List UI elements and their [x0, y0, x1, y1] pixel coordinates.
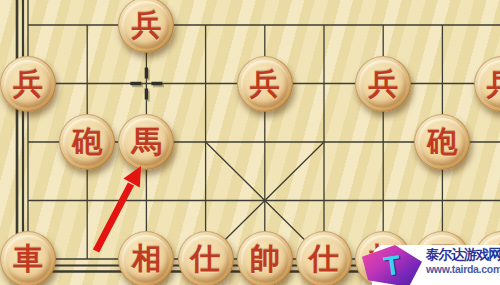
piece-elephant-f3r10[interactable]: 相 — [118, 231, 174, 285]
piece-glyph: 砲 — [427, 127, 457, 157]
piece-glyph: 帥 — [250, 244, 280, 274]
piece-horse-f3r8[interactable]: 馬 — [118, 114, 174, 170]
piece-face: 砲 — [63, 118, 111, 166]
piece-glyph: 仕 — [309, 244, 339, 274]
piece-glyph: 馬 — [427, 244, 457, 274]
piece-face: 兵 — [241, 60, 289, 108]
piece-face: 車 — [4, 235, 52, 283]
piece-glyph: 兵 — [250, 69, 280, 99]
piece-general-f5r10[interactable]: 帥 — [237, 231, 293, 285]
piece-glyph: 車 — [487, 244, 500, 274]
piece-face: 仕 — [300, 235, 348, 283]
piece-glyph: 兵 — [13, 69, 43, 99]
piece-glyph: 仕 — [191, 244, 221, 274]
xiangqi-game-board[interactable]: 兵兵兵兵兵砲馬砲車相仕帥仕相馬車 T 泰尔达游戏网 www.tairda.com — [0, 0, 500, 285]
piece-face: 兵 — [122, 1, 170, 49]
piece-soldier-f9r7[interactable]: 兵 — [474, 56, 500, 112]
piece-advisor-f6r10[interactable]: 仕 — [296, 231, 352, 285]
piece-glyph: 砲 — [72, 127, 102, 157]
piece-horse-f8r10[interactable]: 馬 — [414, 231, 470, 285]
piece-chariot-f1r10[interactable]: 車 — [0, 231, 56, 285]
piece-glyph: 兵 — [131, 10, 161, 40]
piece-advisor-f4r10[interactable]: 仕 — [178, 231, 234, 285]
piece-glyph: 車 — [13, 244, 43, 274]
piece-glyph: 馬 — [131, 127, 161, 157]
piece-face: 馬 — [122, 118, 170, 166]
piece-soldier-f7r7[interactable]: 兵 — [355, 56, 411, 112]
piece-glyph: 相 — [131, 244, 161, 274]
piece-cannon-f2r8[interactable]: 砲 — [59, 114, 115, 170]
piece-face: 兵 — [4, 60, 52, 108]
piece-face: 砲 — [418, 118, 466, 166]
piece-face: 馬 — [418, 235, 466, 283]
piece-face: 仕 — [182, 235, 230, 283]
piece-soldier-f5r7[interactable]: 兵 — [237, 56, 293, 112]
piece-soldier-f1r7[interactable]: 兵 — [0, 56, 56, 112]
piece-face: 兵 — [478, 60, 500, 108]
piece-face: 兵 — [359, 60, 407, 108]
piece-face: 帥 — [241, 235, 289, 283]
piece-glyph: 兵 — [368, 69, 398, 99]
piece-face: 車 — [478, 235, 500, 283]
piece-glyph: 兵 — [487, 69, 500, 99]
piece-face: 相 — [359, 235, 407, 283]
piece-glyph: 相 — [368, 244, 398, 274]
piece-chariot-f9r10[interactable]: 車 — [474, 231, 500, 285]
pieces-layer: 兵兵兵兵兵砲馬砲車相仕帥仕相馬車 — [0, 0, 500, 285]
piece-cannon-f8r8[interactable]: 砲 — [414, 114, 470, 170]
piece-face: 相 — [122, 235, 170, 283]
piece-soldier-f3r6[interactable]: 兵 — [118, 0, 174, 53]
piece-elephant-f7r10[interactable]: 相 — [355, 231, 411, 285]
